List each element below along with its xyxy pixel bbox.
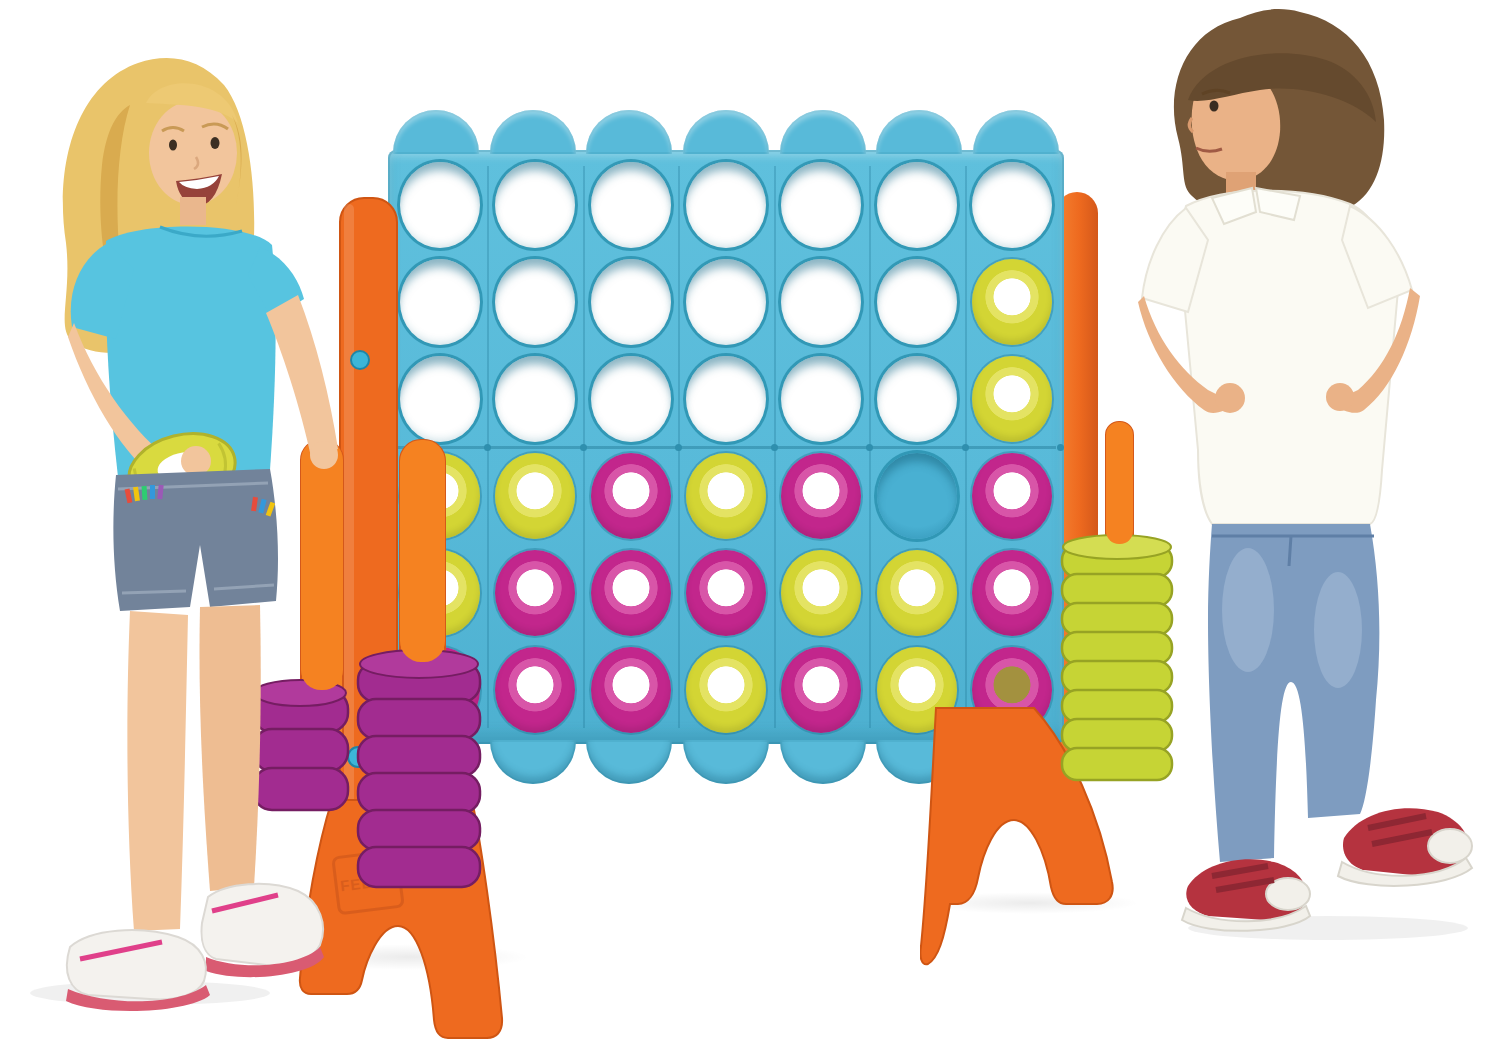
yellow-ring — [686, 453, 766, 539]
girl-leg-right — [199, 605, 260, 891]
girl-neck — [180, 197, 206, 225]
cell-r5c5 — [774, 544, 869, 641]
stacked-ring — [358, 699, 480, 739]
empty-hole — [877, 259, 957, 345]
magenta-ring — [591, 550, 671, 636]
cell-r2c3 — [583, 253, 678, 350]
empty-hole — [972, 162, 1052, 248]
cell-r3c5 — [774, 350, 869, 447]
girl-hand-left — [310, 441, 338, 469]
seam-rivet — [580, 444, 587, 451]
board-scallop-bot-4 — [683, 740, 769, 784]
empty-hole — [591, 259, 671, 345]
empty-hole — [781, 356, 861, 442]
cell-r5c3 — [583, 544, 678, 641]
cell-r3c4 — [678, 350, 773, 447]
board-scallop-top-6 — [876, 110, 962, 154]
board-scallop-top-4 — [683, 110, 769, 154]
empty-hole — [591, 162, 671, 248]
girl-eye-left — [169, 140, 177, 151]
product-photo-stage: FEBER — [0, 0, 1500, 1040]
cell-r6c3 — [583, 641, 678, 738]
empty-hole — [591, 356, 671, 442]
stacked-ring — [358, 847, 480, 887]
cell-r6c5 — [774, 641, 869, 738]
girl-eye-right — [211, 137, 220, 149]
cell-r2c6 — [869, 253, 964, 350]
cell-r2c4 — [678, 253, 773, 350]
empty-hole — [781, 162, 861, 248]
magenta-ring — [781, 453, 861, 539]
empty-hole — [686, 356, 766, 442]
cell-r2c5 — [774, 253, 869, 350]
board-scallop-top-1 — [393, 110, 479, 154]
stacked-ring — [358, 773, 480, 813]
magenta-ring — [781, 647, 861, 733]
girl-player — [10, 45, 360, 1020]
board-scallop-top-3 — [586, 110, 672, 154]
cell-r4c3 — [583, 447, 678, 544]
cell-r1c6 — [869, 156, 964, 253]
girl-leg-left — [127, 611, 188, 931]
cell-r1c4 — [678, 156, 773, 253]
cell-r6c4 — [678, 641, 773, 738]
board-scallop-top-7 — [973, 110, 1059, 154]
yellow-ring — [686, 647, 766, 733]
yellow-ring — [781, 550, 861, 636]
board-scallop-top-2 — [490, 110, 576, 154]
cell-r5c4 — [678, 544, 773, 641]
yellow-ring — [972, 259, 1052, 345]
cell-r4c4 — [678, 447, 773, 544]
empty-hole — [781, 259, 861, 345]
cell-r4c5 — [774, 447, 869, 544]
boy-player — [1128, 0, 1500, 945]
board-scallop-bot-3 — [586, 740, 672, 784]
seam-rivet — [866, 444, 873, 451]
boy-hand-right — [1326, 383, 1354, 411]
empty-hole — [877, 162, 957, 248]
empty-hole — [686, 162, 766, 248]
empty-hole — [686, 259, 766, 345]
cell-r2c7 — [965, 253, 1060, 350]
cell-r1c5 — [774, 156, 869, 253]
boy-sneaker-right — [1338, 808, 1472, 886]
seam-rivet — [771, 444, 778, 451]
magenta-ring — [591, 647, 671, 733]
boy-eye — [1210, 101, 1219, 112]
stacked-ring — [358, 736, 480, 776]
magenta-ring — [686, 550, 766, 636]
cell-r3c3 — [583, 350, 678, 447]
stacked-ring — [358, 810, 480, 850]
board-scallop-top-5 — [780, 110, 866, 154]
boy-hand-left — [1215, 383, 1245, 413]
cell-r1c3 — [583, 156, 678, 253]
girl-arm-left — [266, 295, 338, 461]
girl-shoe-left — [66, 930, 210, 1011]
magenta-ring — [591, 453, 671, 539]
board-scallop-bot-5 — [780, 740, 866, 784]
girl-shoe-right — [202, 884, 324, 977]
cell-r1c7 — [965, 156, 1060, 253]
seam-rivet — [675, 444, 682, 451]
